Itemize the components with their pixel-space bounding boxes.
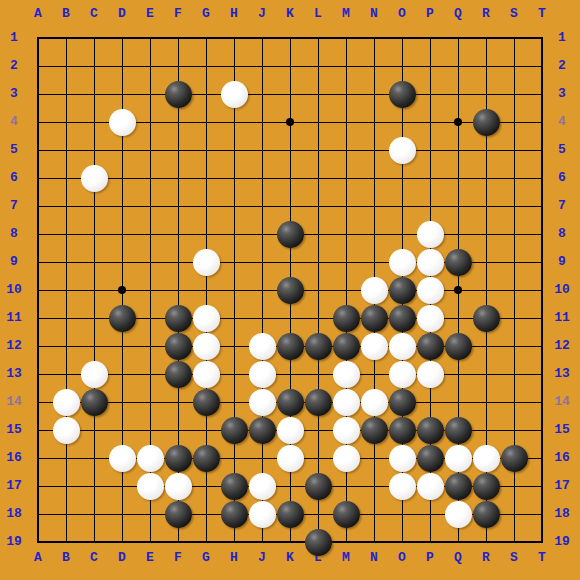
row-label-right-12: 12 [550, 336, 574, 356]
stone-white-N12[interactable] [361, 333, 388, 360]
col-label-top-D: D [110, 4, 134, 24]
stone-white-O12[interactable] [389, 333, 416, 360]
col-label-bottom-O: O [390, 548, 414, 568]
row-label-right-2: 2 [550, 56, 574, 76]
row-label-left-11: 11 [2, 308, 26, 328]
col-label-bottom-N: N [362, 548, 386, 568]
stone-black-O15[interactable] [389, 417, 416, 444]
col-label-top-S: S [502, 4, 526, 24]
grid-line-h-13 [37, 374, 543, 375]
row-label-left-8: 8 [2, 224, 26, 244]
stone-black-L14[interactable] [305, 389, 332, 416]
stone-black-F16[interactable] [165, 445, 192, 472]
stone-white-B15[interactable] [53, 417, 80, 444]
col-label-bottom-P: P [418, 548, 442, 568]
stone-white-H3[interactable] [221, 81, 248, 108]
col-label-top-F: F [166, 4, 190, 24]
stone-black-M11[interactable] [333, 305, 360, 332]
stone-black-R17[interactable] [473, 473, 500, 500]
col-label-top-P: P [418, 4, 442, 24]
row-label-left-16: 16 [2, 448, 26, 468]
stone-white-G13[interactable] [193, 361, 220, 388]
row-label-right-19: 19 [550, 532, 574, 552]
stone-white-P9[interactable] [417, 249, 444, 276]
col-label-bottom-D: D [110, 548, 134, 568]
star-point-Q4 [454, 118, 462, 126]
stone-white-B14[interactable] [53, 389, 80, 416]
row-label-left-2: 2 [2, 56, 26, 76]
stone-black-L19[interactable] [305, 529, 332, 556]
stone-white-N10[interactable] [361, 277, 388, 304]
row-label-right-14: 14 [550, 392, 574, 412]
stone-black-L12[interactable] [305, 333, 332, 360]
stone-white-N14[interactable] [361, 389, 388, 416]
stone-black-O3[interactable] [389, 81, 416, 108]
stone-white-O5[interactable] [389, 137, 416, 164]
stone-black-D11[interactable] [109, 305, 136, 332]
stone-black-J15[interactable] [249, 417, 276, 444]
row-label-right-11: 11 [550, 308, 574, 328]
col-label-top-A: A [26, 4, 50, 24]
stone-black-C14[interactable] [81, 389, 108, 416]
stone-white-P10[interactable] [417, 277, 444, 304]
row-label-right-6: 6 [550, 168, 574, 188]
col-label-top-Q: Q [446, 4, 470, 24]
row-label-left-3: 3 [2, 84, 26, 104]
stone-white-E17[interactable] [137, 473, 164, 500]
row-label-right-9: 9 [550, 252, 574, 272]
stone-white-Q18[interactable] [445, 501, 472, 528]
stone-black-Q12[interactable] [445, 333, 472, 360]
stone-black-G14[interactable] [193, 389, 220, 416]
stone-black-K10[interactable] [277, 277, 304, 304]
col-label-top-M: M [334, 4, 358, 24]
stone-white-D4[interactable] [109, 109, 136, 136]
col-label-top-C: C [82, 4, 106, 24]
stone-black-F13[interactable] [165, 361, 192, 388]
col-label-bottom-J: J [250, 548, 274, 568]
star-point-K4 [286, 118, 294, 126]
stone-white-M16[interactable] [333, 445, 360, 472]
stone-white-Q16[interactable] [445, 445, 472, 472]
stone-white-P17[interactable] [417, 473, 444, 500]
stone-white-J14[interactable] [249, 389, 276, 416]
stone-black-P15[interactable] [417, 417, 444, 444]
stone-black-K8[interactable] [277, 221, 304, 248]
stone-white-J13[interactable] [249, 361, 276, 388]
stone-black-S16[interactable] [501, 445, 528, 472]
stone-black-H15[interactable] [221, 417, 248, 444]
stone-black-L17[interactable] [305, 473, 332, 500]
grid-line-h-19 [37, 541, 543, 543]
col-label-top-K: K [278, 4, 302, 24]
stone-white-R16[interactable] [473, 445, 500, 472]
col-label-top-J: J [250, 4, 274, 24]
stone-black-R11[interactable] [473, 305, 500, 332]
row-label-right-8: 8 [550, 224, 574, 244]
col-label-top-E: E [138, 4, 162, 24]
row-label-right-13: 13 [550, 364, 574, 384]
stone-white-O16[interactable] [389, 445, 416, 472]
col-label-top-B: B [54, 4, 78, 24]
stone-black-F3[interactable] [165, 81, 192, 108]
stone-black-P12[interactable] [417, 333, 444, 360]
row-label-right-17: 17 [550, 476, 574, 496]
grid-line-v-L [318, 37, 319, 543]
col-label-top-L: L [306, 4, 330, 24]
row-label-left-13: 13 [2, 364, 26, 384]
row-label-right-10: 10 [550, 280, 574, 300]
row-label-left-9: 9 [2, 252, 26, 272]
stone-white-G11[interactable] [193, 305, 220, 332]
col-label-top-T: T [530, 4, 554, 24]
col-label-bottom-G: G [194, 548, 218, 568]
row-label-right-7: 7 [550, 196, 574, 216]
row-label-right-1: 1 [550, 28, 574, 48]
col-label-top-O: O [390, 4, 414, 24]
stone-black-H18[interactable] [221, 501, 248, 528]
stone-black-Q15[interactable] [445, 417, 472, 444]
stone-black-G16[interactable] [193, 445, 220, 472]
stone-black-K18[interactable] [277, 501, 304, 528]
stone-white-M13[interactable] [333, 361, 360, 388]
stone-white-M15[interactable] [333, 417, 360, 444]
row-label-left-17: 17 [2, 476, 26, 496]
col-label-bottom-C: C [82, 548, 106, 568]
col-label-bottom-E: E [138, 548, 162, 568]
row-label-left-12: 12 [2, 336, 26, 356]
col-label-bottom-F: F [166, 548, 190, 568]
row-label-left-18: 18 [2, 504, 26, 524]
row-label-right-16: 16 [550, 448, 574, 468]
col-label-top-H: H [222, 4, 246, 24]
row-label-right-5: 5 [550, 140, 574, 160]
stone-white-P13[interactable] [417, 361, 444, 388]
stone-black-M12[interactable] [333, 333, 360, 360]
col-label-bottom-B: B [54, 548, 78, 568]
stone-black-R4[interactable] [473, 109, 500, 136]
row-label-right-18: 18 [550, 504, 574, 524]
stone-white-O13[interactable] [389, 361, 416, 388]
col-label-top-N: N [362, 4, 386, 24]
col-label-bottom-A: A [26, 548, 50, 568]
stone-black-H17[interactable] [221, 473, 248, 500]
stone-black-Q17[interactable] [445, 473, 472, 500]
stone-white-M14[interactable] [333, 389, 360, 416]
stone-white-F17[interactable] [165, 473, 192, 500]
go-board[interactable]: AA11BB22CC33DD44EE55FF66GG77HH88JJ99KK10… [0, 0, 580, 580]
stone-black-P16[interactable] [417, 445, 444, 472]
row-label-left-15: 15 [2, 420, 26, 440]
grid-line-v-T [541, 37, 543, 543]
row-label-left-4: 4 [2, 112, 26, 132]
stone-black-O14[interactable] [389, 389, 416, 416]
col-label-bottom-Q: Q [446, 548, 470, 568]
stone-white-O17[interactable] [389, 473, 416, 500]
row-label-right-3: 3 [550, 84, 574, 104]
row-label-left-7: 7 [2, 196, 26, 216]
stone-white-K15[interactable] [277, 417, 304, 444]
star-point-Q10 [454, 286, 462, 294]
col-label-bottom-R: R [474, 548, 498, 568]
stone-white-E16[interactable] [137, 445, 164, 472]
stone-white-C6[interactable] [81, 165, 108, 192]
row-label-left-14: 14 [2, 392, 26, 412]
star-point-D10 [118, 286, 126, 294]
stone-black-K14[interactable] [277, 389, 304, 416]
stone-black-M18[interactable] [333, 501, 360, 528]
stone-black-N15[interactable] [361, 417, 388, 444]
stone-black-O10[interactable] [389, 277, 416, 304]
col-label-bottom-M: M [334, 548, 358, 568]
stone-black-F12[interactable] [165, 333, 192, 360]
col-label-bottom-S: S [502, 548, 526, 568]
stone-white-C13[interactable] [81, 361, 108, 388]
stone-white-P11[interactable] [417, 305, 444, 332]
col-label-bottom-K: K [278, 548, 302, 568]
stone-white-J12[interactable] [249, 333, 276, 360]
col-label-bottom-H: H [222, 548, 246, 568]
col-label-top-G: G [194, 4, 218, 24]
stone-black-F11[interactable] [165, 305, 192, 332]
stone-black-K12[interactable] [277, 333, 304, 360]
row-label-left-19: 19 [2, 532, 26, 552]
row-label-right-15: 15 [550, 420, 574, 440]
stone-white-K16[interactable] [277, 445, 304, 472]
stone-white-D16[interactable] [109, 445, 136, 472]
stone-white-O9[interactable] [389, 249, 416, 276]
stone-black-N11[interactable] [361, 305, 388, 332]
row-label-left-6: 6 [2, 168, 26, 188]
stone-black-O11[interactable] [389, 305, 416, 332]
row-label-right-4: 4 [550, 112, 574, 132]
stone-white-J18[interactable] [249, 501, 276, 528]
stone-white-P8[interactable] [417, 221, 444, 248]
stone-white-G9[interactable] [193, 249, 220, 276]
stone-white-J17[interactable] [249, 473, 276, 500]
row-label-left-5: 5 [2, 140, 26, 160]
row-label-left-1: 1 [2, 28, 26, 48]
col-label-top-R: R [474, 4, 498, 24]
row-label-left-10: 10 [2, 280, 26, 300]
stone-black-F18[interactable] [165, 501, 192, 528]
stone-white-G12[interactable] [193, 333, 220, 360]
stone-black-R18[interactable] [473, 501, 500, 528]
stone-black-Q9[interactable] [445, 249, 472, 276]
